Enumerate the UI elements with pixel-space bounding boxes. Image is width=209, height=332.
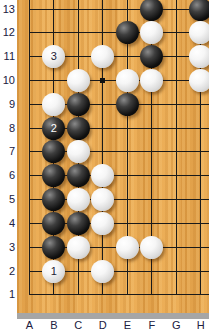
column-label: A — [22, 319, 36, 332]
move-number-label: 1 — [42, 260, 65, 283]
black-stone[interactable] — [67, 164, 90, 187]
black-stone[interactable] — [189, 0, 209, 21]
white-stone[interactable] — [67, 188, 90, 211]
black-stone[interactable] — [42, 236, 65, 259]
column-label: C — [71, 319, 85, 332]
row-label: 5 — [0, 193, 15, 206]
star-point — [100, 78, 105, 83]
column-label: H — [194, 319, 208, 332]
row-label: 3 — [0, 241, 15, 254]
white-stone[interactable] — [91, 260, 114, 283]
row-label: 13 — [0, 3, 15, 16]
row-label: 2 — [0, 265, 15, 278]
row-label: 12 — [0, 26, 15, 39]
grid-line-vertical — [29, 0, 30, 295]
row-label: 1 — [0, 288, 15, 301]
row-label: 4 — [0, 217, 15, 230]
white-stone[interactable] — [67, 69, 90, 92]
white-stone[interactable] — [189, 69, 209, 92]
black-stone[interactable] — [67, 212, 90, 235]
move-number-label: 2 — [42, 117, 65, 140]
row-label: 8 — [0, 122, 15, 135]
row-label: 9 — [0, 98, 15, 111]
white-stone[interactable]: 3 — [42, 45, 65, 68]
black-stone[interactable] — [116, 93, 139, 116]
row-label: 10 — [0, 74, 15, 87]
white-stone[interactable] — [42, 93, 65, 116]
black-stone[interactable]: 2 — [42, 117, 65, 140]
grid-line-horizontal — [29, 294, 209, 295]
white-stone[interactable] — [116, 69, 139, 92]
black-stone[interactable] — [67, 117, 90, 140]
move-number-label: 3 — [42, 45, 65, 68]
white-stone[interactable] — [189, 21, 209, 44]
black-stone[interactable] — [67, 93, 90, 116]
white-stone[interactable] — [116, 236, 139, 259]
column-label: G — [169, 319, 183, 332]
row-label: 6 — [0, 169, 15, 182]
white-stone[interactable] — [140, 236, 163, 259]
column-label: B — [47, 319, 61, 332]
white-stone[interactable] — [67, 236, 90, 259]
row-label: 11 — [0, 50, 15, 63]
row-label: 7 — [0, 145, 15, 158]
column-label: D — [96, 319, 110, 332]
white-stone[interactable]: 1 — [42, 260, 65, 283]
black-stone[interactable] — [116, 21, 139, 44]
white-stone[interactable] — [189, 45, 209, 68]
grid-line-vertical — [176, 0, 177, 295]
grid-line-horizontal — [29, 9, 209, 10]
column-label: E — [120, 319, 134, 332]
go-board-diagram: 13121110987654321ABCDEFGH 321 — [0, 0, 209, 332]
column-label: F — [145, 319, 159, 332]
